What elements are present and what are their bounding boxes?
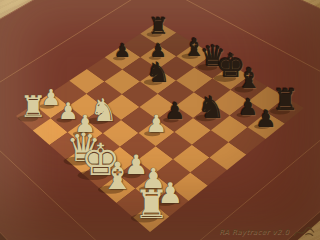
white-rook-a1[interactable]: ♜ [20,93,47,123]
black-rook-a8[interactable]: ♜ [148,15,168,37]
dragon-scribble-logo [292,225,316,239]
white-pawn-e4[interactable]: ♟ [146,113,167,137]
renderer-credit-text: RA Raytracer v2.0 [219,228,289,236]
white-rook-h1[interactable]: ♜ [134,185,169,224]
black-pawn-a6[interactable]: ♟ [114,42,131,61]
renderer-credit: RA Raytracer v2.0 [219,225,316,239]
black-knight-c6[interactable]: ♞ [146,59,171,86]
black-knight-f6[interactable]: ♞ [198,92,226,123]
chess-scene: ♜♝♟♟♛♚♞♝♟♜♟♞♜♟♟♞♟♟♟♛♟♚♟♝♟♜ RA Raytracer … [0,0,320,240]
black-pawn-e5[interactable]: ♟ [165,100,185,123]
white-bishop-f1[interactable]: ♝ [101,158,135,196]
black-pawn-h7[interactable]: ♟ [256,106,277,129]
black-bishop-f8[interactable]: ♝ [236,65,261,93]
